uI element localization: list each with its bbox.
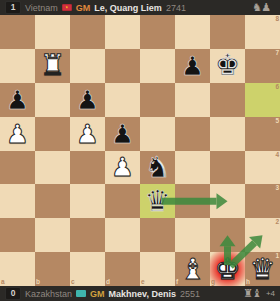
- square-h4[interactable]: 4: [245, 151, 280, 185]
- bottom-player-score: 0: [5, 287, 21, 300]
- bottom-player-name: Makhnev, Denis: [109, 289, 176, 299]
- black-pawn-d5[interactable]: ♟: [111, 121, 134, 147]
- square-a1[interactable]: a: [0, 252, 35, 286]
- square-b5[interactable]: [35, 117, 70, 151]
- square-f5[interactable]: [175, 117, 210, 151]
- square-c3[interactable]: [70, 184, 105, 218]
- square-c7[interactable]: [70, 49, 105, 83]
- rank-coordinate-4: 4: [275, 152, 279, 159]
- square-e5[interactable]: [140, 117, 175, 151]
- square-a4[interactable]: [0, 151, 35, 185]
- square-a7[interactable]: [0, 49, 35, 83]
- square-f3[interactable]: [175, 184, 210, 218]
- square-d1[interactable]: d: [105, 252, 140, 286]
- top-player-rating: 2741: [166, 3, 186, 13]
- square-b3[interactable]: [35, 184, 70, 218]
- square-d2[interactable]: [105, 218, 140, 252]
- square-e1[interactable]: e: [140, 252, 175, 286]
- black-king-g7[interactable]: ♚: [215, 51, 241, 80]
- top-player-bar[interactable]: 1 Vietnam GM Le, Quang Liem 2741 ♞♟: [0, 0, 280, 15]
- square-d4[interactable]: ♟: [105, 151, 140, 185]
- bottom-player-title: GM: [90, 289, 105, 299]
- square-h7[interactable]: 7: [245, 49, 280, 83]
- top-player-title: GM: [76, 3, 91, 13]
- kazakhstan-flag-icon: [76, 290, 86, 297]
- square-a8[interactable]: [0, 15, 35, 49]
- bottom-player-federation: Kazakhstan: [25, 289, 72, 299]
- black-pawn-f7[interactable]: ♟: [181, 53, 204, 79]
- square-c4[interactable]: [70, 151, 105, 185]
- square-g2[interactable]: [210, 218, 245, 252]
- file-coordinate-a: a: [1, 279, 5, 286]
- square-g8[interactable]: [210, 15, 245, 49]
- top-player-score: 1: [5, 1, 21, 14]
- white-bishop-f1[interactable]: ♝: [180, 255, 206, 284]
- file-coordinate-c: c: [71, 279, 75, 286]
- black-pawn-c6[interactable]: ♟: [76, 87, 99, 113]
- black-knight-e4[interactable]: ♞: [145, 153, 171, 182]
- square-a2[interactable]: [0, 218, 35, 252]
- rank-coordinate-1: 1: [275, 253, 279, 260]
- square-f4[interactable]: [175, 151, 210, 185]
- square-c1[interactable]: c: [70, 252, 105, 286]
- square-f7[interactable]: ♟: [175, 49, 210, 83]
- square-e3[interactable]: ♛: [140, 184, 175, 218]
- square-a5[interactable]: ♟: [0, 117, 35, 151]
- black-queen-e3[interactable]: ♛: [145, 187, 171, 216]
- square-g4[interactable]: [210, 151, 245, 185]
- file-coordinate-f: f: [176, 279, 178, 286]
- white-pawn-c5[interactable]: ♟: [76, 121, 99, 147]
- chess-board[interactable]: 8♜♟♚7♟♟6♟♟♟5♟♞4♛32abcdef♝g♚1h♛: [0, 15, 280, 286]
- square-d8[interactable]: [105, 15, 140, 49]
- top-captured-material-icons: ♞♟: [252, 2, 270, 13]
- black-pawn-a6[interactable]: ♟: [6, 87, 29, 113]
- square-e7[interactable]: [140, 49, 175, 83]
- square-e4[interactable]: ♞: [140, 151, 175, 185]
- square-e8[interactable]: [140, 15, 175, 49]
- square-h8[interactable]: 8: [245, 15, 280, 49]
- square-h5[interactable]: 5: [245, 117, 280, 151]
- square-b4[interactable]: [35, 151, 70, 185]
- square-b1[interactable]: b: [35, 252, 70, 286]
- top-player-name: Le, Quang Liem: [94, 3, 162, 13]
- square-h3[interactable]: 3: [245, 184, 280, 218]
- top-player-federation: Vietnam: [25, 3, 58, 13]
- square-b2[interactable]: [35, 218, 70, 252]
- bottom-player-rating: 2551: [180, 289, 200, 299]
- square-d6[interactable]: [105, 83, 140, 117]
- square-d5[interactable]: ♟: [105, 117, 140, 151]
- bottom-player-bar[interactable]: 0 Kazakhstan GM Makhnev, Denis 2551 ♜♝ +…: [0, 286, 280, 301]
- white-queen-h1[interactable]: ♛: [250, 255, 276, 284]
- vietnam-flag-icon: [62, 4, 72, 11]
- square-g5[interactable]: [210, 117, 245, 151]
- square-g3[interactable]: [210, 184, 245, 218]
- square-f6[interactable]: [175, 83, 210, 117]
- square-b7[interactable]: ♜: [35, 49, 70, 83]
- square-e6[interactable]: [140, 83, 175, 117]
- square-c2[interactable]: [70, 218, 105, 252]
- square-f8[interactable]: [175, 15, 210, 49]
- broadcast-board-tile: 1 Vietnam GM Le, Quang Liem 2741 ♞♟ 8♜♟♚…: [0, 0, 280, 301]
- white-rook-b7[interactable]: ♜: [40, 51, 66, 80]
- square-b8[interactable]: [35, 15, 70, 49]
- square-a6[interactable]: ♟: [0, 83, 35, 117]
- square-c6[interactable]: ♟: [70, 83, 105, 117]
- white-pawn-d4[interactable]: ♟: [111, 154, 134, 180]
- bottom-material-score: +4: [266, 289, 275, 298]
- flag-star: [65, 6, 68, 9]
- square-f2[interactable]: [175, 218, 210, 252]
- file-coordinate-d: d: [106, 279, 110, 286]
- rank-coordinate-3: 3: [275, 185, 279, 192]
- rank-coordinate-8: 8: [275, 16, 279, 23]
- square-c5[interactable]: ♟: [70, 117, 105, 151]
- square-e2[interactable]: [140, 218, 175, 252]
- file-coordinate-e: e: [141, 279, 145, 286]
- square-a3[interactable]: [0, 184, 35, 218]
- white-king-g1[interactable]: ♚: [215, 255, 241, 284]
- rank-coordinate-6: 6: [275, 84, 279, 91]
- square-h6[interactable]: 6: [245, 83, 280, 117]
- square-h1[interactable]: 1h♛: [245, 252, 280, 286]
- rank-coordinate-2: 2: [275, 219, 279, 226]
- rank-coordinate-7: 7: [275, 50, 279, 57]
- square-d7[interactable]: [105, 49, 140, 83]
- square-f1[interactable]: f♝: [175, 252, 210, 286]
- rank-coordinate-5: 5: [275, 118, 279, 125]
- white-pawn-a5[interactable]: ♟: [6, 121, 29, 147]
- file-coordinate-b: b: [36, 279, 40, 286]
- square-h2[interactable]: 2: [245, 218, 280, 252]
- bottom-captured-material-icons: ♜♝: [243, 288, 261, 299]
- square-d3[interactable]: [105, 184, 140, 218]
- square-g7[interactable]: ♚: [210, 49, 245, 83]
- square-c8[interactable]: [70, 15, 105, 49]
- square-g6[interactable]: [210, 83, 245, 117]
- square-g1[interactable]: g♚: [210, 252, 245, 286]
- square-b6[interactable]: [35, 83, 70, 117]
